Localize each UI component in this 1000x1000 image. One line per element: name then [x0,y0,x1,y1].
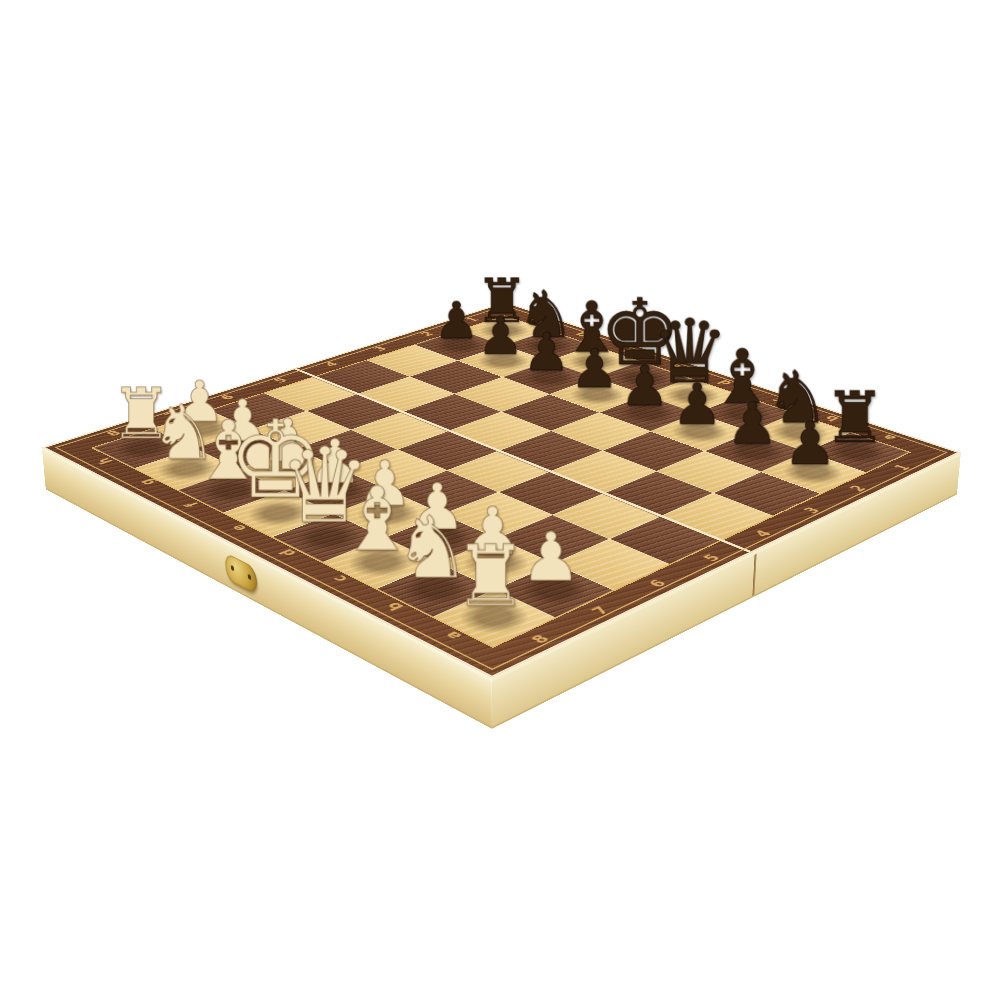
black-pawn[interactable]: ♟ [763,414,858,474]
rank-label-right-8: 8 [521,630,559,648]
rank-label-right-4: 4 [746,526,780,541]
side-fold-seam [752,554,756,596]
playing-field: ♜♞♝♚♛♝♞♜♟♟♟♟♟♟♟♟♟♟♟♟♟♟♟♟♜♞♝♚♛♝♞♜ [94,316,909,646]
product-photo-scene: ♜♞♝♚♛♝♞♜♟♟♟♟♟♟♟♟♟♟♟♟♟♟♟♟♜♞♝♚♛♝♞♜ hhggffe… [0,0,1000,1000]
rank-label-right-6: 6 [639,575,675,591]
clasp-latch [225,552,258,595]
rank-label-right-3: 3 [795,503,828,517]
rank-label-right-1: 1 [886,461,918,474]
rank-label-right-2: 2 [842,482,875,495]
board-top-face: ♜♞♝♚♛♝♞♜♟♟♟♟♟♟♟♟♟♟♟♟♟♟♟♟♜♞♝♚♛♝♞♜ hhggffe… [42,302,961,678]
white-rook[interactable]: ♜ [435,535,545,619]
rank-label-right-5: 5 [694,550,729,565]
rank-label-right-7: 7 [582,602,619,619]
chess-board: ♜♞♝♚♛♝♞♜♟♟♟♟♟♟♟♟♟♟♟♟♟♟♟♟♜♞♝♚♛♝♞♜ hhggffe… [42,302,961,678]
square-d3[interactable] [551,413,649,451]
